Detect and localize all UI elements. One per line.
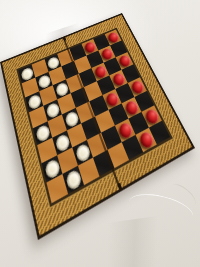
hinge-notch bbox=[117, 183, 122, 191]
photo-background: ⛂⛂⛂⛂⛂⛂⛂⛂⛂⛂⛂⛂⛀⛀⛀⛀⛀⛀⛀⛀⛀⛀⛀⛀ bbox=[0, 0, 200, 267]
